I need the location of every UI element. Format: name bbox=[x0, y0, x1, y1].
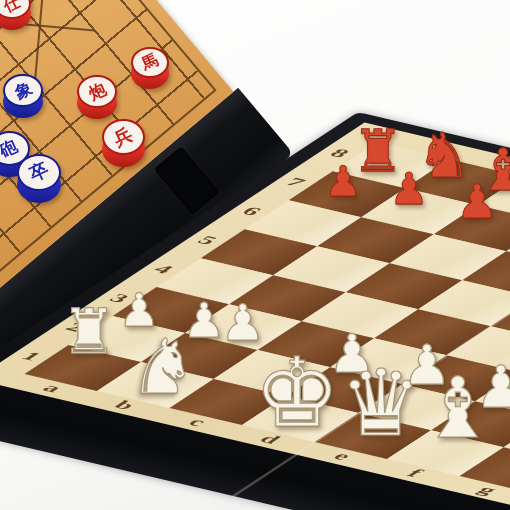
piece-character-horse: 馬 bbox=[139, 52, 160, 73]
xiangqi-piece-red-horse: 馬 bbox=[131, 47, 169, 90]
piece-character-cannon: 炮 bbox=[86, 80, 108, 102]
piece-character-advisor: 仕 bbox=[1, 0, 22, 14]
xiangqi-case-latch bbox=[154, 146, 220, 215]
piece-character-soldier: 卒 bbox=[27, 160, 52, 185]
xiangqi-piece-blue-soldier: 卒 bbox=[17, 154, 61, 203]
xiangqi-piece-blue-elephant: 象 bbox=[3, 74, 43, 119]
piece-face: 兵 bbox=[102, 119, 145, 155]
piece-character-soldier: 兵 bbox=[111, 125, 135, 149]
xiangqi-piece-red-cannon: 炮 bbox=[77, 75, 117, 120]
piece-face: 卒 bbox=[17, 154, 61, 191]
piece-character-elephant: 象 bbox=[12, 79, 34, 101]
piece-face: 象 bbox=[3, 74, 43, 108]
xiangqi-piece-red-soldier: 兵 bbox=[102, 119, 145, 167]
product-photo-scene: { "game": "chess (foreground set) & xian… bbox=[0, 0, 510, 510]
piece-face: 馬 bbox=[131, 47, 169, 79]
xiangqi-piece-red-advisor: 仕 bbox=[0, 0, 31, 30]
piece-face: 炮 bbox=[77, 75, 117, 109]
